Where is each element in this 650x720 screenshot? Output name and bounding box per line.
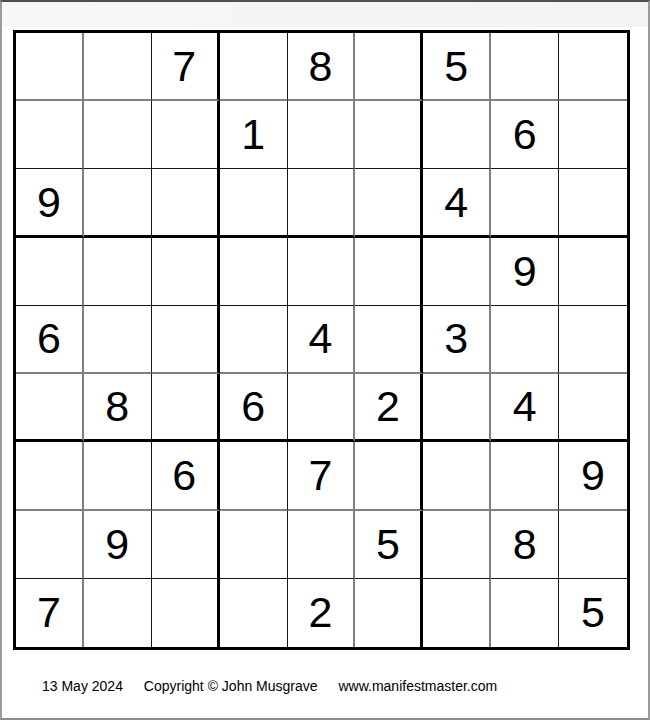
sudoku-cell-r8c5[interactable] xyxy=(288,511,356,579)
page-header-band xyxy=(2,2,648,27)
sudoku-cell-r9c5[interactable]: 2 xyxy=(288,579,356,647)
sudoku-cell-r3c4[interactable] xyxy=(220,169,288,237)
sudoku-cell-r5c8[interactable] xyxy=(491,306,559,374)
sudoku-cell-r7c1[interactable] xyxy=(16,442,84,510)
sudoku-cell-r2c3[interactable] xyxy=(152,101,220,169)
sudoku-board: 785169496438624679958725 xyxy=(13,30,630,650)
sudoku-cell-r2c7[interactable] xyxy=(423,101,491,169)
sudoku-cell-r5c5[interactable]: 4 xyxy=(288,306,356,374)
sudoku-cell-r2c6[interactable] xyxy=(355,101,423,169)
sudoku-cell-r7c9[interactable]: 9 xyxy=(559,442,627,510)
sudoku-cell-r9c4[interactable] xyxy=(220,579,288,647)
sudoku-cell-r3c1[interactable]: 9 xyxy=(16,169,84,237)
sudoku-cell-r3c8[interactable] xyxy=(491,169,559,237)
sudoku-cell-r5c3[interactable] xyxy=(152,306,220,374)
sudoku-cell-r1c3[interactable]: 7 xyxy=(152,33,220,101)
sudoku-cell-r9c9[interactable]: 5 xyxy=(559,579,627,647)
sudoku-cell-r8c7[interactable] xyxy=(423,511,491,579)
sudoku-cell-r4c7[interactable] xyxy=(423,238,491,306)
sudoku-cell-r5c6[interactable] xyxy=(355,306,423,374)
sudoku-cell-r1c9[interactable] xyxy=(559,33,627,101)
footer: 13 May 2024 Copyright © John Musgrave ww… xyxy=(42,678,497,694)
sudoku-cell-r2c4[interactable]: 1 xyxy=(220,101,288,169)
sudoku-cell-r8c2[interactable]: 9 xyxy=(84,511,152,579)
sudoku-cell-r6c8[interactable]: 4 xyxy=(491,374,559,442)
puzzle-page: 785169496438624679958725 13 May 2024 Cop… xyxy=(0,0,650,720)
sudoku-cell-r3c6[interactable] xyxy=(355,169,423,237)
sudoku-cell-r5c9[interactable] xyxy=(559,306,627,374)
sudoku-cell-r7c4[interactable] xyxy=(220,442,288,510)
sudoku-cell-r7c3[interactable]: 6 xyxy=(152,442,220,510)
sudoku-cell-r1c1[interactable] xyxy=(16,33,84,101)
sudoku-cell-r4c9[interactable] xyxy=(559,238,627,306)
sudoku-cell-r7c6[interactable] xyxy=(355,442,423,510)
sudoku-cell-r6c4[interactable]: 6 xyxy=(220,374,288,442)
sudoku-cell-r8c4[interactable] xyxy=(220,511,288,579)
sudoku-cell-r9c8[interactable] xyxy=(491,579,559,647)
sudoku-cell-r4c8[interactable]: 9 xyxy=(491,238,559,306)
sudoku-cell-r5c1[interactable]: 6 xyxy=(16,306,84,374)
sudoku-cell-r4c6[interactable] xyxy=(355,238,423,306)
sudoku-cell-r1c6[interactable] xyxy=(355,33,423,101)
copyright-text: Copyright © John Musgrave xyxy=(144,678,318,694)
sudoku-cell-r8c3[interactable] xyxy=(152,511,220,579)
sudoku-cell-r3c7[interactable]: 4 xyxy=(423,169,491,237)
sudoku-cell-r2c1[interactable] xyxy=(16,101,84,169)
sudoku-cell-r8c9[interactable] xyxy=(559,511,627,579)
sudoku-cell-r1c8[interactable] xyxy=(491,33,559,101)
sudoku-cell-r3c3[interactable] xyxy=(152,169,220,237)
sudoku-cell-r8c1[interactable] xyxy=(16,511,84,579)
sudoku-cell-r6c1[interactable] xyxy=(16,374,84,442)
sudoku-cell-r7c8[interactable] xyxy=(491,442,559,510)
sudoku-cell-r1c5[interactable]: 8 xyxy=(288,33,356,101)
sudoku-cell-r2c2[interactable] xyxy=(84,101,152,169)
sudoku-cell-r6c3[interactable] xyxy=(152,374,220,442)
sudoku-cell-r6c9[interactable] xyxy=(559,374,627,442)
sudoku-cell-r1c7[interactable]: 5 xyxy=(423,33,491,101)
website-url: www.manifestmaster.com xyxy=(338,678,497,694)
sudoku-cell-r9c1[interactable]: 7 xyxy=(16,579,84,647)
sudoku-cell-r3c9[interactable] xyxy=(559,169,627,237)
sudoku-cell-r2c5[interactable] xyxy=(288,101,356,169)
sudoku-cell-r4c4[interactable] xyxy=(220,238,288,306)
sudoku-cell-r2c9[interactable] xyxy=(559,101,627,169)
sudoku-cell-r4c5[interactable] xyxy=(288,238,356,306)
sudoku-cell-r9c7[interactable] xyxy=(423,579,491,647)
sudoku-cell-r8c8[interactable]: 8 xyxy=(491,511,559,579)
sudoku-cell-r9c2[interactable] xyxy=(84,579,152,647)
sudoku-cell-r2c8[interactable]: 6 xyxy=(491,101,559,169)
sudoku-cell-r7c2[interactable] xyxy=(84,442,152,510)
sudoku-cell-r7c7[interactable] xyxy=(423,442,491,510)
sudoku-cell-r4c2[interactable] xyxy=(84,238,152,306)
sudoku-cell-r6c6[interactable]: 2 xyxy=(355,374,423,442)
sudoku-cell-r5c2[interactable] xyxy=(84,306,152,374)
sudoku-cell-r3c2[interactable] xyxy=(84,169,152,237)
sudoku-cell-r6c2[interactable]: 8 xyxy=(84,374,152,442)
sudoku-cell-r4c1[interactable] xyxy=(16,238,84,306)
sudoku-cell-r7c5[interactable]: 7 xyxy=(288,442,356,510)
sudoku-cell-r3c5[interactable] xyxy=(288,169,356,237)
sudoku-cell-r6c7[interactable] xyxy=(423,374,491,442)
sudoku-cell-r5c7[interactable]: 3 xyxy=(423,306,491,374)
sudoku-cell-r4c3[interactable] xyxy=(152,238,220,306)
sudoku-cell-r8c6[interactable]: 5 xyxy=(355,511,423,579)
sudoku-cell-r6c5[interactable] xyxy=(288,374,356,442)
sudoku-cell-r9c3[interactable] xyxy=(152,579,220,647)
puzzle-date: 13 May 2024 xyxy=(42,678,123,694)
sudoku-cell-r9c6[interactable] xyxy=(355,579,423,647)
sudoku-cell-r1c2[interactable] xyxy=(84,33,152,101)
sudoku-cell-r1c4[interactable] xyxy=(220,33,288,101)
sudoku-cell-r5c4[interactable] xyxy=(220,306,288,374)
